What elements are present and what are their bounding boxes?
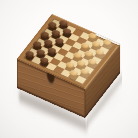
product-photo-scene — [0, 0, 138, 138]
